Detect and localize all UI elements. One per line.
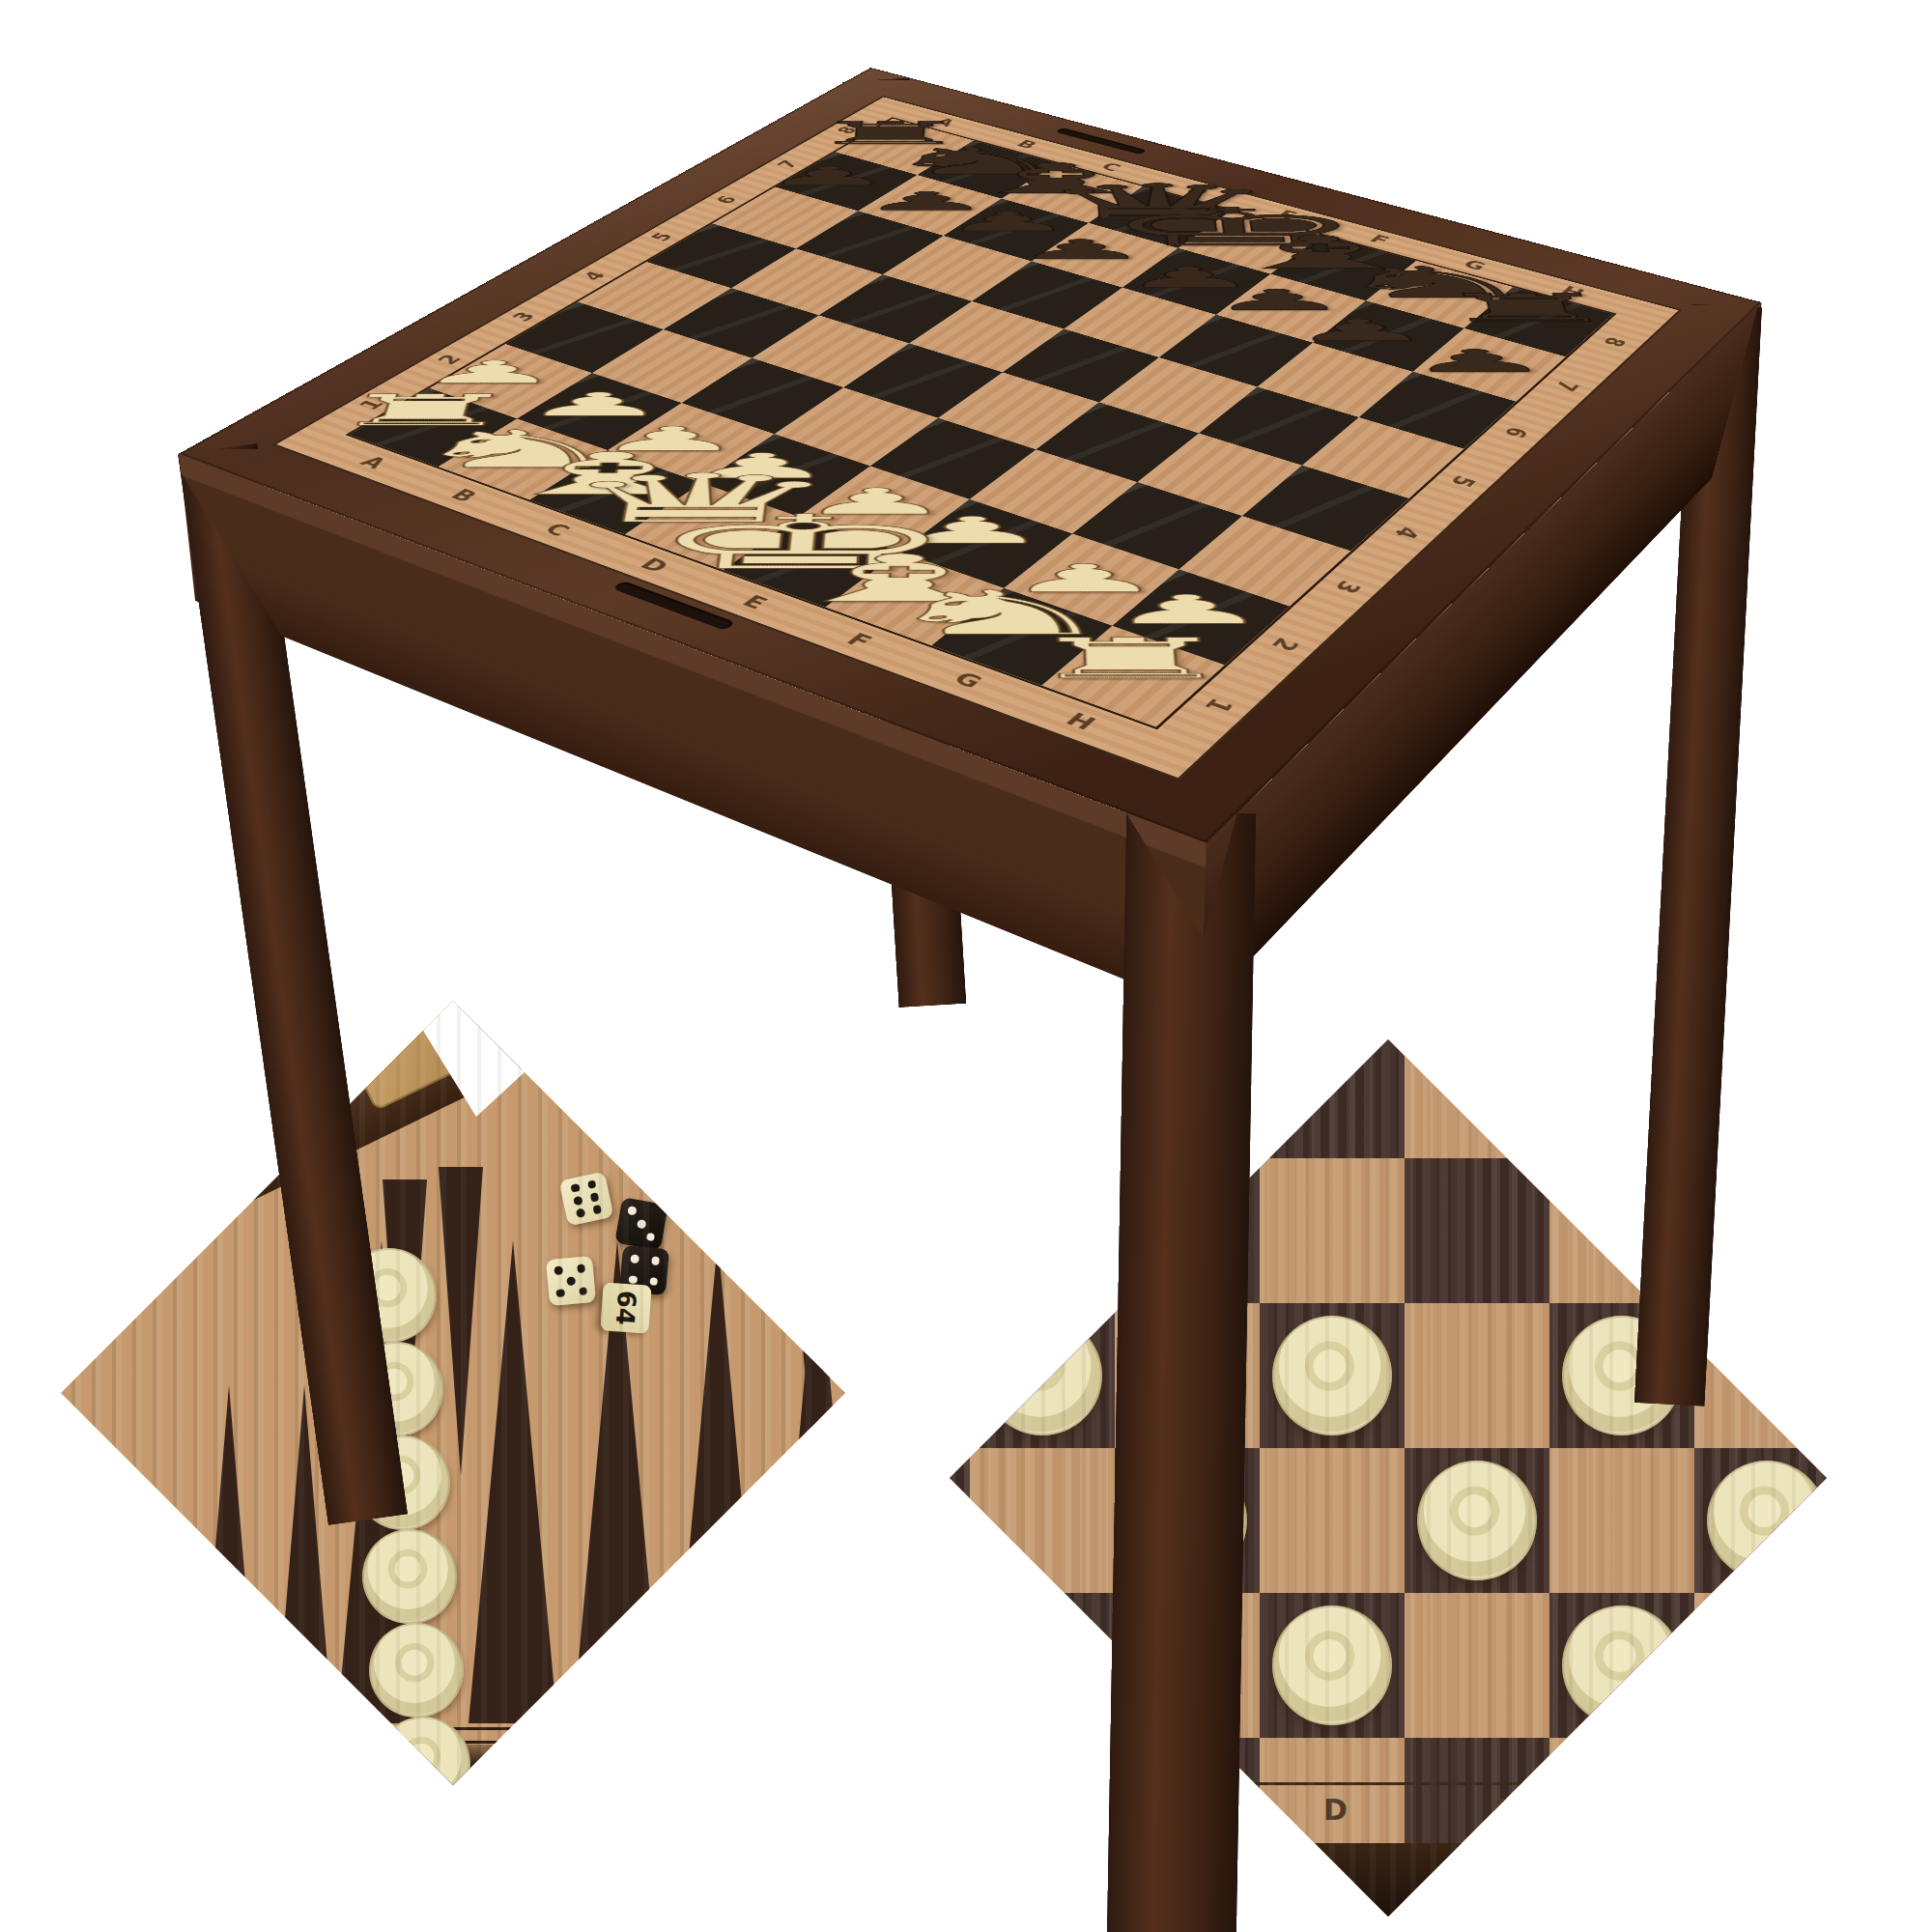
black-pawn-glyph: ♟ [1170, 315, 1552, 345]
table-leg-front [1102, 811, 1256, 1932]
black-pawn-glyph: ♟ [1283, 346, 1674, 377]
white-pawn-glyph: ♟ [293, 356, 688, 387]
game-table-scene: AABBCCDDEEFFGGHH8877665544332211 ♜♞♝♛♚♝♞… [0, 0, 1932, 1932]
product-photo-canvas: 64 DC AABBCCDDEEFFGGHH8877665544332211 ♜… [0, 0, 1932, 1932]
table-top-frame: AABBCCDDEEFFGGHH8877665544332211 ♜♞♝♛♚♝♞… [179, 68, 1761, 843]
